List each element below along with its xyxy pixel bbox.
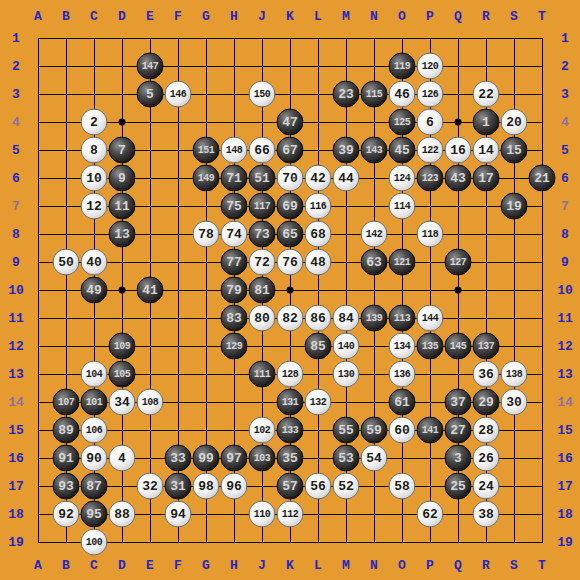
stone-move-number: 36 bbox=[478, 368, 494, 381]
go-board[interactable]: AABBCCDDEEFFGGHHJJKKLLMMNNOOPPQQRRSSTT11… bbox=[0, 0, 580, 580]
stone-J8: 73 bbox=[249, 221, 276, 248]
star-point-Q10 bbox=[455, 287, 462, 294]
stone-move-number: 43 bbox=[450, 172, 466, 185]
stone-move-number: 82 bbox=[282, 312, 298, 325]
col-label-bottom-F: F bbox=[174, 559, 182, 572]
stone-move-number: 79 bbox=[226, 284, 242, 297]
stone-R14: 29 bbox=[473, 389, 500, 416]
stone-B17: 93 bbox=[53, 473, 80, 500]
stone-K11: 82 bbox=[277, 305, 304, 332]
row-label-right-17: 17 bbox=[557, 480, 573, 493]
row-label-left-5: 5 bbox=[12, 144, 20, 157]
stone-move-number: 60 bbox=[394, 424, 410, 437]
stone-move-number: 142 bbox=[366, 229, 383, 239]
col-label-bottom-E: E bbox=[146, 559, 154, 572]
stone-R12: 137 bbox=[473, 333, 500, 360]
stone-move-number: 45 bbox=[394, 144, 410, 157]
stone-move-number: 145 bbox=[450, 341, 467, 351]
stone-move-number: 141 bbox=[422, 425, 439, 435]
stone-move-number: 96 bbox=[226, 480, 242, 493]
col-label-bottom-G: G bbox=[202, 559, 210, 572]
stone-move-number: 133 bbox=[282, 425, 299, 435]
stone-move-number: 50 bbox=[58, 256, 74, 269]
stone-S14: 30 bbox=[501, 389, 528, 416]
stone-K16: 35 bbox=[277, 445, 304, 472]
stone-R4: 1 bbox=[473, 109, 500, 136]
col-label-bottom-A: A bbox=[34, 559, 42, 572]
stone-move-number: 33 bbox=[170, 452, 186, 465]
stone-C7: 12 bbox=[81, 193, 108, 220]
stone-H7: 75 bbox=[221, 193, 248, 220]
stone-move-number: 19 bbox=[506, 200, 522, 213]
stone-move-number: 35 bbox=[282, 452, 298, 465]
row-label-left-1: 1 bbox=[12, 32, 20, 45]
stone-P15: 141 bbox=[417, 417, 444, 444]
stone-move-number: 59 bbox=[366, 424, 382, 437]
stone-move-number: 75 bbox=[226, 200, 242, 213]
stone-E10: 41 bbox=[137, 277, 164, 304]
row-label-left-9: 9 bbox=[12, 256, 20, 269]
col-label-top-J: J bbox=[258, 10, 266, 23]
stone-Q15: 27 bbox=[445, 417, 472, 444]
stone-move-number: 124 bbox=[394, 173, 411, 183]
stone-move-number: 51 bbox=[254, 172, 270, 185]
star-point-Q4 bbox=[455, 119, 462, 126]
row-label-right-3: 3 bbox=[561, 88, 569, 101]
stone-move-number: 78 bbox=[198, 228, 214, 241]
stone-move-number: 100 bbox=[86, 537, 103, 547]
stone-G6: 149 bbox=[193, 165, 220, 192]
stone-K8: 65 bbox=[277, 221, 304, 248]
row-label-right-6: 6 bbox=[561, 172, 569, 185]
stone-move-number: 120 bbox=[422, 61, 439, 71]
stone-P5: 122 bbox=[417, 137, 444, 164]
stone-L9: 48 bbox=[305, 249, 332, 276]
col-label-top-T: T bbox=[538, 10, 546, 23]
row-label-right-16: 16 bbox=[557, 452, 573, 465]
grid-line-vertical-T bbox=[542, 38, 543, 543]
stone-G8: 78 bbox=[193, 221, 220, 248]
row-label-left-10: 10 bbox=[8, 284, 24, 297]
stone-move-number: 71 bbox=[226, 172, 242, 185]
col-label-top-M: M bbox=[342, 10, 350, 23]
row-label-left-17: 17 bbox=[8, 480, 24, 493]
stone-J10: 81 bbox=[249, 277, 276, 304]
row-label-left-11: 11 bbox=[8, 312, 24, 325]
stone-move-number: 140 bbox=[338, 341, 355, 351]
stone-move-number: 10 bbox=[86, 172, 102, 185]
row-label-right-18: 18 bbox=[557, 508, 573, 521]
stone-R16: 26 bbox=[473, 445, 500, 472]
stone-move-number: 97 bbox=[226, 452, 242, 465]
stone-move-number: 55 bbox=[338, 424, 354, 437]
stone-move-number: 85 bbox=[310, 340, 326, 353]
stone-P2: 120 bbox=[417, 53, 444, 80]
stone-move-number: 70 bbox=[282, 172, 298, 185]
row-label-right-8: 8 bbox=[561, 228, 569, 241]
stone-B9: 50 bbox=[53, 249, 80, 276]
stone-O5: 45 bbox=[389, 137, 416, 164]
row-label-right-15: 15 bbox=[557, 424, 573, 437]
stone-D12: 109 bbox=[109, 333, 136, 360]
stone-P11: 144 bbox=[417, 305, 444, 332]
stone-D7: 11 bbox=[109, 193, 136, 220]
stone-move-number: 7 bbox=[118, 144, 126, 157]
stone-move-number: 61 bbox=[394, 396, 410, 409]
stone-move-number: 34 bbox=[114, 396, 130, 409]
stone-move-number: 92 bbox=[58, 508, 74, 521]
stone-move-number: 137 bbox=[478, 341, 495, 351]
stone-S5: 15 bbox=[501, 137, 528, 164]
star-point-K10 bbox=[287, 287, 294, 294]
row-label-left-18: 18 bbox=[8, 508, 24, 521]
stone-move-number: 109 bbox=[114, 341, 131, 351]
stone-B18: 92 bbox=[53, 501, 80, 528]
stone-move-number: 23 bbox=[338, 88, 354, 101]
col-label-top-C: C bbox=[90, 10, 98, 23]
stone-M5: 39 bbox=[333, 137, 360, 164]
stone-H11: 83 bbox=[221, 305, 248, 332]
stone-O6: 124 bbox=[389, 165, 416, 192]
stone-C10: 49 bbox=[81, 277, 108, 304]
stone-K18: 112 bbox=[277, 501, 304, 528]
row-label-right-5: 5 bbox=[561, 144, 569, 157]
col-label-bottom-T: T bbox=[538, 559, 546, 572]
stone-move-number: 102 bbox=[254, 425, 271, 435]
stone-R6: 17 bbox=[473, 165, 500, 192]
stone-move-number: 62 bbox=[422, 508, 438, 521]
stone-move-number: 131 bbox=[282, 397, 299, 407]
stone-move-number: 9 bbox=[118, 172, 126, 185]
stone-N16: 54 bbox=[361, 445, 388, 472]
col-label-bottom-C: C bbox=[90, 559, 98, 572]
row-label-left-2: 2 bbox=[12, 60, 20, 73]
stone-move-number: 87 bbox=[86, 480, 102, 493]
stone-move-number: 2 bbox=[90, 116, 98, 129]
stone-Q6: 43 bbox=[445, 165, 472, 192]
stone-move-number: 81 bbox=[254, 284, 270, 297]
stone-move-number: 123 bbox=[422, 173, 439, 183]
stone-O4: 125 bbox=[389, 109, 416, 136]
stone-R13: 36 bbox=[473, 361, 500, 388]
stone-N11: 139 bbox=[361, 305, 388, 332]
stone-G16: 99 bbox=[193, 445, 220, 472]
stone-B15: 89 bbox=[53, 417, 80, 444]
stone-move-number: 73 bbox=[254, 228, 270, 241]
stone-move-number: 69 bbox=[282, 200, 298, 213]
col-label-top-B: B bbox=[62, 10, 70, 23]
col-label-top-P: P bbox=[426, 10, 434, 23]
stone-G17: 98 bbox=[193, 473, 220, 500]
stone-move-number: 151 bbox=[198, 145, 215, 155]
row-label-left-4: 4 bbox=[12, 116, 20, 129]
stone-move-number: 12 bbox=[86, 200, 102, 213]
stone-move-number: 47 bbox=[282, 116, 298, 129]
col-label-bottom-M: M bbox=[342, 559, 350, 572]
stone-move-number: 112 bbox=[282, 509, 299, 519]
stone-D13: 105 bbox=[109, 361, 136, 388]
stone-J18: 110 bbox=[249, 501, 276, 528]
stone-move-number: 44 bbox=[338, 172, 354, 185]
col-label-top-D: D bbox=[118, 10, 126, 23]
stone-C6: 10 bbox=[81, 165, 108, 192]
stone-H17: 96 bbox=[221, 473, 248, 500]
stone-N9: 63 bbox=[361, 249, 388, 276]
stone-J15: 102 bbox=[249, 417, 276, 444]
stone-move-number: 125 bbox=[394, 117, 411, 127]
stone-B14: 107 bbox=[53, 389, 80, 416]
stone-move-number: 57 bbox=[282, 480, 298, 493]
stone-K5: 67 bbox=[277, 137, 304, 164]
stone-move-number: 77 bbox=[226, 256, 242, 269]
stone-C19: 100 bbox=[81, 529, 108, 556]
stone-C4: 2 bbox=[81, 109, 108, 136]
stone-C15: 106 bbox=[81, 417, 108, 444]
stone-Q17: 25 bbox=[445, 473, 472, 500]
stone-C9: 40 bbox=[81, 249, 108, 276]
col-label-top-O: O bbox=[398, 10, 406, 23]
stone-N15: 59 bbox=[361, 417, 388, 444]
stone-move-number: 42 bbox=[310, 172, 326, 185]
col-label-bottom-N: N bbox=[370, 559, 378, 572]
stone-move-number: 38 bbox=[478, 508, 494, 521]
stone-move-number: 136 bbox=[394, 369, 411, 379]
stone-F3: 146 bbox=[165, 81, 192, 108]
stone-P18: 62 bbox=[417, 501, 444, 528]
stone-move-number: 138 bbox=[506, 369, 523, 379]
col-label-top-S: S bbox=[510, 10, 518, 23]
stone-move-number: 14 bbox=[478, 144, 494, 157]
stone-D6: 9 bbox=[109, 165, 136, 192]
col-label-top-H: H bbox=[230, 10, 238, 23]
col-label-bottom-Q: Q bbox=[454, 559, 462, 572]
stone-move-number: 98 bbox=[198, 480, 214, 493]
stone-K17: 57 bbox=[277, 473, 304, 500]
stone-move-number: 56 bbox=[310, 480, 326, 493]
stone-D14: 34 bbox=[109, 389, 136, 416]
stone-R3: 22 bbox=[473, 81, 500, 108]
stone-H8: 74 bbox=[221, 221, 248, 248]
col-label-bottom-J: J bbox=[258, 559, 266, 572]
stone-move-number: 6 bbox=[426, 116, 434, 129]
stone-move-number: 66 bbox=[254, 144, 270, 157]
stone-J9: 72 bbox=[249, 249, 276, 276]
stone-move-number: 58 bbox=[394, 480, 410, 493]
stone-L14: 132 bbox=[305, 389, 332, 416]
stone-K13: 128 bbox=[277, 361, 304, 388]
stone-O14: 61 bbox=[389, 389, 416, 416]
stone-L12: 85 bbox=[305, 333, 332, 360]
star-point-D4 bbox=[119, 119, 126, 126]
stone-J13: 111 bbox=[249, 361, 276, 388]
stone-S7: 19 bbox=[501, 193, 528, 220]
stone-C13: 104 bbox=[81, 361, 108, 388]
stone-O13: 136 bbox=[389, 361, 416, 388]
stone-H10: 79 bbox=[221, 277, 248, 304]
row-label-left-14: 14 bbox=[8, 396, 24, 409]
col-label-bottom-D: D bbox=[118, 559, 126, 572]
stone-H5: 148 bbox=[221, 137, 248, 164]
row-label-left-16: 16 bbox=[8, 452, 24, 465]
stone-move-number: 86 bbox=[310, 312, 326, 325]
stone-S13: 138 bbox=[501, 361, 528, 388]
stone-move-number: 134 bbox=[394, 341, 411, 351]
stone-M16: 53 bbox=[333, 445, 360, 472]
col-label-top-R: R bbox=[482, 10, 490, 23]
stone-E14: 108 bbox=[137, 389, 164, 416]
stone-move-number: 117 bbox=[254, 201, 271, 211]
stone-move-number: 95 bbox=[86, 508, 102, 521]
stone-R5: 14 bbox=[473, 137, 500, 164]
stone-move-number: 28 bbox=[478, 424, 494, 437]
stone-M6: 44 bbox=[333, 165, 360, 192]
stone-R17: 24 bbox=[473, 473, 500, 500]
stone-move-number: 147 bbox=[142, 61, 159, 71]
stone-move-number: 93 bbox=[58, 480, 74, 493]
stone-O9: 121 bbox=[389, 249, 416, 276]
stone-D16: 4 bbox=[109, 445, 136, 472]
stone-move-number: 111 bbox=[254, 369, 271, 379]
stone-O12: 134 bbox=[389, 333, 416, 360]
stone-move-number: 53 bbox=[338, 452, 354, 465]
row-label-right-13: 13 bbox=[557, 368, 573, 381]
stone-move-number: 144 bbox=[422, 313, 439, 323]
row-label-left-6: 6 bbox=[12, 172, 20, 185]
stone-move-number: 130 bbox=[338, 369, 355, 379]
row-label-left-13: 13 bbox=[8, 368, 24, 381]
stone-move-number: 27 bbox=[450, 424, 466, 437]
stone-move-number: 40 bbox=[86, 256, 102, 269]
stone-Q12: 145 bbox=[445, 333, 472, 360]
col-label-bottom-O: O bbox=[398, 559, 406, 572]
col-label-top-E: E bbox=[146, 10, 154, 23]
stone-move-number: 83 bbox=[226, 312, 242, 325]
stone-move-number: 31 bbox=[170, 480, 186, 493]
stone-move-number: 114 bbox=[394, 201, 411, 211]
stone-L17: 56 bbox=[305, 473, 332, 500]
stone-D8: 13 bbox=[109, 221, 136, 248]
stone-move-number: 29 bbox=[478, 396, 494, 409]
stone-J3: 150 bbox=[249, 81, 276, 108]
stone-move-number: 106 bbox=[86, 425, 103, 435]
stone-M11: 84 bbox=[333, 305, 360, 332]
stone-move-number: 26 bbox=[478, 452, 494, 465]
stone-O3: 46 bbox=[389, 81, 416, 108]
row-label-left-7: 7 bbox=[12, 200, 20, 213]
col-label-top-G: G bbox=[202, 10, 210, 23]
stone-move-number: 52 bbox=[338, 480, 354, 493]
stone-Q9: 127 bbox=[445, 249, 472, 276]
stone-move-number: 101 bbox=[86, 397, 103, 407]
stone-move-number: 126 bbox=[422, 89, 439, 99]
stone-C17: 87 bbox=[81, 473, 108, 500]
stone-J11: 80 bbox=[249, 305, 276, 332]
stone-O2: 119 bbox=[389, 53, 416, 80]
stone-F18: 94 bbox=[165, 501, 192, 528]
stone-O15: 60 bbox=[389, 417, 416, 444]
stone-L6: 42 bbox=[305, 165, 332, 192]
stone-move-number: 94 bbox=[170, 508, 186, 521]
stone-move-number: 49 bbox=[86, 284, 102, 297]
stone-move-number: 128 bbox=[282, 369, 299, 379]
stone-move-number: 20 bbox=[506, 116, 522, 129]
stone-move-number: 30 bbox=[506, 396, 522, 409]
stone-F16: 33 bbox=[165, 445, 192, 472]
stone-S4: 20 bbox=[501, 109, 528, 136]
stone-move-number: 22 bbox=[478, 88, 494, 101]
stone-O11: 113 bbox=[389, 305, 416, 332]
stone-move-number: 103 bbox=[254, 453, 271, 463]
stone-move-number: 21 bbox=[534, 172, 550, 185]
stone-M17: 52 bbox=[333, 473, 360, 500]
stone-move-number: 110 bbox=[254, 509, 271, 519]
stone-move-number: 149 bbox=[198, 173, 215, 183]
stone-move-number: 41 bbox=[142, 284, 158, 297]
stone-P6: 123 bbox=[417, 165, 444, 192]
stone-move-number: 122 bbox=[422, 145, 439, 155]
stone-C5: 8 bbox=[81, 137, 108, 164]
stone-N3: 115 bbox=[361, 81, 388, 108]
stone-K6: 70 bbox=[277, 165, 304, 192]
row-label-right-19: 19 bbox=[557, 536, 573, 549]
stone-move-number: 116 bbox=[310, 201, 327, 211]
stone-move-number: 132 bbox=[310, 397, 327, 407]
stone-L8: 68 bbox=[305, 221, 332, 248]
stone-move-number: 48 bbox=[310, 256, 326, 269]
stone-move-number: 115 bbox=[366, 89, 383, 99]
stone-move-number: 143 bbox=[366, 145, 383, 155]
stone-E2: 147 bbox=[137, 53, 164, 80]
stone-move-number: 107 bbox=[58, 397, 75, 407]
stone-E17: 32 bbox=[137, 473, 164, 500]
row-label-right-9: 9 bbox=[561, 256, 569, 269]
stone-move-number: 3 bbox=[454, 452, 462, 465]
stone-P12: 135 bbox=[417, 333, 444, 360]
stone-move-number: 76 bbox=[282, 256, 298, 269]
row-label-left-19: 19 bbox=[8, 536, 24, 549]
stone-J7: 117 bbox=[249, 193, 276, 220]
stone-K9: 76 bbox=[277, 249, 304, 276]
stone-N8: 142 bbox=[361, 221, 388, 248]
row-label-left-12: 12 bbox=[8, 340, 24, 353]
stone-J5: 66 bbox=[249, 137, 276, 164]
stone-move-number: 39 bbox=[338, 144, 354, 157]
stone-move-number: 91 bbox=[58, 452, 74, 465]
col-label-bottom-S: S bbox=[510, 559, 518, 572]
stone-move-number: 4 bbox=[118, 452, 126, 465]
stone-move-number: 127 bbox=[450, 257, 467, 267]
col-label-bottom-B: B bbox=[62, 559, 70, 572]
stone-Q16: 3 bbox=[445, 445, 472, 472]
row-label-right-4: 4 bbox=[561, 116, 569, 129]
col-label-bottom-L: L bbox=[314, 559, 322, 572]
stone-move-number: 99 bbox=[198, 452, 214, 465]
stone-K14: 131 bbox=[277, 389, 304, 416]
stone-move-number: 80 bbox=[254, 312, 270, 325]
stone-move-number: 11 bbox=[114, 200, 130, 213]
stone-move-number: 17 bbox=[478, 172, 494, 185]
stone-L7: 116 bbox=[305, 193, 332, 220]
row-label-right-11: 11 bbox=[557, 312, 573, 325]
stone-move-number: 16 bbox=[450, 144, 466, 157]
stone-move-number: 32 bbox=[142, 480, 158, 493]
stone-K15: 133 bbox=[277, 417, 304, 444]
stone-move-number: 15 bbox=[506, 144, 522, 157]
stone-M15: 55 bbox=[333, 417, 360, 444]
col-label-bottom-P: P bbox=[426, 559, 434, 572]
stone-E3: 5 bbox=[137, 81, 164, 108]
stone-R18: 38 bbox=[473, 501, 500, 528]
